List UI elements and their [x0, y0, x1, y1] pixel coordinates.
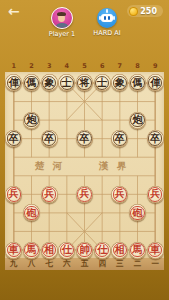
board-point[interactable]: [111, 222, 129, 241]
board-point[interactable]: [129, 129, 147, 148]
board-point[interactable]: [5, 166, 23, 185]
piece-rA[interactable]: 仕: [94, 242, 111, 259]
file-label: 2: [23, 62, 41, 71]
file-label: 四: [93, 258, 111, 270]
file-label: 五: [76, 258, 94, 270]
file-label: 八: [23, 258, 41, 270]
piece-bP[interactable]: 卒: [111, 130, 128, 147]
board-point[interactable]: 象: [111, 74, 129, 93]
board-point[interactable]: 馬: [23, 241, 41, 260]
board-point[interactable]: [58, 222, 76, 241]
board-point[interactable]: [23, 129, 41, 148]
piece-rB[interactable]: 相: [111, 242, 128, 259]
board-point[interactable]: [58, 129, 76, 148]
robot-antenna: [106, 10, 107, 13]
board-point[interactable]: [111, 204, 129, 223]
board-point[interactable]: 車: [5, 241, 23, 260]
board-point[interactable]: [5, 222, 23, 241]
file-label: 6: [93, 62, 111, 71]
board-point[interactable]: [146, 92, 164, 111]
board-point[interactable]: [23, 185, 41, 204]
board-point[interactable]: [40, 222, 58, 241]
file-label: 三: [111, 258, 129, 270]
piece-rC[interactable]: 砲: [23, 204, 40, 221]
board-point[interactable]: [129, 166, 147, 185]
board-point[interactable]: [23, 222, 41, 241]
board-point[interactable]: [129, 222, 147, 241]
coin-balance: 250: [127, 5, 163, 17]
board-point[interactable]: 卒: [76, 129, 94, 148]
piece-bP[interactable]: 卒: [5, 130, 22, 147]
board-point[interactable]: 傌: [129, 74, 147, 93]
player1-name: Player 1: [49, 31, 75, 38]
board-point[interactable]: 相: [111, 241, 129, 260]
board-point[interactable]: 仕: [93, 241, 111, 260]
piece-rP[interactable]: 兵: [41, 186, 58, 203]
piece-bC[interactable]: 炮: [129, 112, 146, 129]
player1-avatar: [51, 7, 73, 29]
board-point[interactable]: [93, 204, 111, 223]
file-label: 7: [111, 62, 129, 71]
piece-rR[interactable]: 車: [147, 242, 164, 259]
board-point[interactable]: [129, 92, 147, 111]
piece-rN[interactable]: 馬: [129, 242, 146, 259]
piece-bR[interactable]: 俥: [5, 74, 22, 91]
board-point[interactable]: 卒: [40, 129, 58, 148]
coin-amount: 250: [140, 7, 157, 16]
board-point[interactable]: [5, 92, 23, 111]
board-point[interactable]: [146, 111, 164, 130]
board-point[interactable]: [146, 148, 164, 167]
board-point[interactable]: [111, 166, 129, 185]
board-point[interactable]: [76, 166, 94, 185]
board-point[interactable]: 卒: [146, 129, 164, 148]
robot-ear-left: [99, 16, 101, 20]
piece-bC[interactable]: 炮: [23, 112, 40, 129]
player2-panel: HARD AI: [85, 7, 129, 37]
file-label: 3: [40, 62, 58, 71]
piece-rP[interactable]: 兵: [76, 186, 93, 203]
piece-bA[interactable]: 士: [58, 74, 75, 91]
board-point[interactable]: [93, 222, 111, 241]
board-point[interactable]: [23, 92, 41, 111]
piece-rB[interactable]: 相: [41, 242, 58, 259]
board-point[interactable]: 砲: [23, 204, 41, 223]
board-point[interactable]: [93, 185, 111, 204]
board-point[interactable]: 砲: [129, 204, 147, 223]
board-point[interactable]: 帥: [76, 241, 94, 260]
board-point[interactable]: 車: [146, 241, 164, 260]
board-point[interactable]: 象: [40, 74, 58, 93]
piece-bP[interactable]: 卒: [76, 130, 93, 147]
file-label: 8: [129, 62, 147, 71]
board-point[interactable]: [58, 166, 76, 185]
board-point[interactable]: 兵: [5, 185, 23, 204]
board-point[interactable]: [111, 111, 129, 130]
board-point[interactable]: 士: [58, 74, 76, 93]
piece-bB[interactable]: 象: [111, 74, 128, 91]
board-point[interactable]: 将: [76, 74, 94, 93]
board-point[interactable]: 卒: [5, 129, 23, 148]
piece-bP[interactable]: 卒: [147, 130, 164, 147]
board-point[interactable]: 炮: [129, 111, 147, 130]
board-point[interactable]: [76, 111, 94, 130]
bottom-file-labels: 九八七六五四三二一: [5, 258, 164, 270]
piece-grid: 俥傌象士将士象傌俥炮炮卒卒卒卒卒兵兵兵兵兵砲砲車馬相仕帥仕相馬車: [5, 74, 164, 260]
file-label: 九: [5, 258, 23, 270]
piece-bB[interactable]: 象: [41, 74, 58, 91]
piece-rP[interactable]: 兵: [111, 186, 128, 203]
board-point[interactable]: [129, 148, 147, 167]
board-point[interactable]: [5, 204, 23, 223]
board-point[interactable]: 俥: [5, 74, 23, 93]
board-point[interactable]: 兵: [146, 185, 164, 204]
board-point[interactable]: 俥: [146, 74, 164, 93]
board-point[interactable]: 兵: [40, 185, 58, 204]
board-point[interactable]: [40, 204, 58, 223]
board-point[interactable]: [93, 92, 111, 111]
robot-icon: [97, 8, 117, 28]
avatar-body: [56, 23, 68, 30]
board-point[interactable]: [146, 204, 164, 223]
robot-ear-right: [113, 16, 115, 20]
piece-rP[interactable]: 兵: [147, 186, 164, 203]
board-point[interactable]: [76, 204, 94, 223]
piece-bK[interactable]: 将: [76, 74, 93, 91]
coin-icon: [129, 7, 138, 16]
board-point[interactable]: 炮: [23, 111, 41, 130]
board-point[interactable]: [146, 222, 164, 241]
file-label: 七: [40, 258, 58, 270]
board-point[interactable]: [5, 148, 23, 167]
board-point[interactable]: [129, 185, 147, 204]
piece-rK[interactable]: 帥: [76, 242, 93, 259]
file-label: 9: [146, 62, 164, 71]
piece-rR[interactable]: 車: [5, 242, 22, 259]
file-label: 4: [58, 62, 76, 71]
file-label: 二: [129, 258, 147, 270]
xiangqi-board: 楚 河 漢 界 俥傌象士将士象傌俥炮炮卒卒卒卒卒兵兵兵兵兵砲砲車馬相仕帥仕相馬車: [5, 72, 164, 258]
file-label: 一: [146, 258, 164, 270]
game-screen: ← Player 1 HARD AI 250 123456789 楚 河 漢 界…: [0, 0, 169, 300]
top-file-labels: 123456789: [5, 62, 164, 71]
file-label: 5: [76, 62, 94, 71]
board-point[interactable]: [23, 148, 41, 167]
board-point[interactable]: [146, 166, 164, 185]
piece-rN[interactable]: 馬: [23, 242, 40, 259]
board-point[interactable]: 兵: [76, 185, 94, 204]
board-point[interactable]: [40, 111, 58, 130]
board-point[interactable]: [58, 92, 76, 111]
back-button[interactable]: ←: [8, 3, 20, 19]
board-point[interactable]: [111, 148, 129, 167]
board-point[interactable]: 兵: [111, 185, 129, 204]
board-point[interactable]: [23, 166, 41, 185]
board-point[interactable]: [58, 204, 76, 223]
player1-panel: Player 1: [40, 7, 84, 38]
robot-eye-left: [104, 16, 106, 19]
piece-rA[interactable]: 仕: [58, 242, 75, 259]
board-point[interactable]: 仕: [58, 241, 76, 260]
board-point[interactable]: [76, 148, 94, 167]
file-label: 六: [58, 258, 76, 270]
board-point[interactable]: [58, 148, 76, 167]
board-point[interactable]: 卒: [111, 129, 129, 148]
player2-name: HARD AI: [93, 30, 120, 37]
file-label: 1: [5, 62, 23, 71]
piece-bN[interactable]: 傌: [23, 74, 40, 91]
board-point[interactable]: [40, 92, 58, 111]
board-point[interactable]: 傌: [23, 74, 41, 93]
board-point[interactable]: 馬: [129, 241, 147, 260]
piece-bR[interactable]: 俥: [147, 74, 164, 91]
piece-bN[interactable]: 傌: [129, 74, 146, 91]
piece-bP[interactable]: 卒: [41, 130, 58, 147]
piece-rP[interactable]: 兵: [5, 186, 22, 203]
piece-rC[interactable]: 砲: [129, 204, 146, 221]
board-point[interactable]: [93, 129, 111, 148]
board-point[interactable]: 士: [93, 74, 111, 93]
board-point[interactable]: [111, 92, 129, 111]
board-point[interactable]: [40, 166, 58, 185]
avatar-hair: [57, 12, 66, 17]
board-point[interactable]: [5, 111, 23, 130]
board-point[interactable]: [93, 148, 111, 167]
board-point[interactable]: 相: [40, 241, 58, 260]
board-point[interactable]: [93, 111, 111, 130]
back-arrow-icon: ←: [8, 3, 20, 19]
board-point[interactable]: [58, 185, 76, 204]
board-point[interactable]: [76, 92, 94, 111]
board-point[interactable]: [76, 222, 94, 241]
piece-bA[interactable]: 士: [94, 74, 111, 91]
board-point[interactable]: [93, 166, 111, 185]
board-point[interactable]: [40, 148, 58, 167]
board-point[interactable]: [58, 111, 76, 130]
